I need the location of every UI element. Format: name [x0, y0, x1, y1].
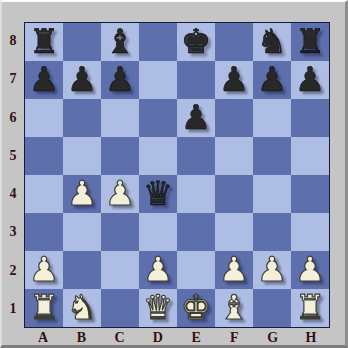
square-g6[interactable] — [253, 99, 291, 137]
piece-white-king-e1[interactable]: ♚ — [181, 290, 211, 324]
square-d6[interactable] — [139, 99, 177, 137]
chess-board: ♜♝♚♞♜♟♟♟♟♟♟♟♟♟♛♟♟♟♟♟♜♞♛♚♝♜ — [24, 22, 330, 328]
square-a4[interactable] — [25, 175, 63, 213]
square-g1[interactable] — [253, 289, 291, 327]
rank-label-8: 8 — [2, 22, 24, 60]
square-c7[interactable]: ♟ — [101, 61, 139, 99]
square-f6[interactable] — [215, 99, 253, 137]
square-c6[interactable] — [101, 99, 139, 137]
rank-label-2: 2 — [2, 252, 24, 290]
square-c2[interactable] — [101, 251, 139, 289]
square-d7[interactable] — [139, 61, 177, 99]
square-e2[interactable] — [177, 251, 215, 289]
square-f8[interactable] — [215, 23, 253, 61]
square-b6[interactable] — [63, 99, 101, 137]
square-f1[interactable]: ♝ — [215, 289, 253, 327]
square-d1[interactable]: ♛ — [139, 289, 177, 327]
square-h6[interactable] — [291, 99, 329, 137]
square-f7[interactable]: ♟ — [215, 61, 253, 99]
rank-label-7: 7 — [2, 60, 24, 98]
square-f5[interactable] — [215, 137, 253, 175]
square-b8[interactable] — [63, 23, 101, 61]
square-b1[interactable]: ♞ — [63, 289, 101, 327]
chess-diagram-panel: 87654321 ♜♝♚♞♜♟♟♟♟♟♟♟♟♟♛♟♟♟♟♟♜♞♛♚♝♜ ABCD… — [0, 0, 348, 348]
square-a7[interactable]: ♟ — [25, 61, 63, 99]
rank-labels: 87654321 — [2, 22, 24, 328]
square-e5[interactable] — [177, 137, 215, 175]
square-c5[interactable] — [101, 137, 139, 175]
piece-black-bishop-c8[interactable]: ♝ — [105, 24, 135, 58]
square-d2[interactable]: ♟ — [139, 251, 177, 289]
square-c4[interactable]: ♟ — [101, 175, 139, 213]
file-label-h: H — [292, 330, 330, 346]
square-e8[interactable]: ♚ — [177, 23, 215, 61]
square-f3[interactable] — [215, 213, 253, 251]
rank-label-1: 1 — [2, 290, 24, 328]
square-g7[interactable]: ♟ — [253, 61, 291, 99]
square-a1[interactable]: ♜ — [25, 289, 63, 327]
piece-white-rook-a1[interactable]: ♜ — [29, 290, 59, 324]
file-labels: ABCDEFGH — [24, 330, 330, 345]
piece-white-pawn-b4[interactable]: ♟ — [67, 176, 97, 210]
square-g4[interactable] — [253, 175, 291, 213]
square-g5[interactable] — [253, 137, 291, 175]
square-d3[interactable] — [139, 213, 177, 251]
square-d8[interactable] — [139, 23, 177, 61]
square-a8[interactable]: ♜ — [25, 23, 63, 61]
piece-white-pawn-a2[interactable]: ♟ — [29, 252, 59, 286]
square-g3[interactable] — [253, 213, 291, 251]
piece-black-pawn-f7[interactable]: ♟ — [219, 62, 249, 96]
square-h5[interactable] — [291, 137, 329, 175]
square-e3[interactable] — [177, 213, 215, 251]
piece-black-pawn-h7[interactable]: ♟ — [295, 62, 325, 96]
piece-black-pawn-a7[interactable]: ♟ — [29, 62, 59, 96]
piece-white-pawn-f2[interactable]: ♟ — [219, 252, 249, 286]
file-label-a: A — [24, 330, 62, 346]
piece-white-pawn-d2[interactable]: ♟ — [143, 252, 173, 286]
piece-white-knight-b1[interactable]: ♞ — [67, 290, 97, 324]
square-h2[interactable]: ♟ — [291, 251, 329, 289]
square-a3[interactable] — [25, 213, 63, 251]
file-label-b: B — [62, 330, 100, 346]
square-h3[interactable] — [291, 213, 329, 251]
file-label-d: D — [139, 330, 177, 346]
square-e1[interactable]: ♚ — [177, 289, 215, 327]
square-a6[interactable] — [25, 99, 63, 137]
file-label-g: G — [254, 330, 292, 346]
piece-white-pawn-g2[interactable]: ♟ — [257, 252, 287, 286]
piece-black-pawn-e6[interactable]: ♟ — [181, 100, 211, 134]
square-b7[interactable]: ♟ — [63, 61, 101, 99]
square-c8[interactable]: ♝ — [101, 23, 139, 61]
piece-black-knight-g8[interactable]: ♞ — [257, 24, 287, 58]
square-e7[interactable] — [177, 61, 215, 99]
rank-label-5: 5 — [2, 137, 24, 175]
square-h7[interactable]: ♟ — [291, 61, 329, 99]
square-h1[interactable]: ♜ — [291, 289, 329, 327]
square-c1[interactable] — [101, 289, 139, 327]
file-label-e: E — [177, 330, 215, 346]
piece-black-king-e8[interactable]: ♚ — [181, 24, 211, 58]
square-h8[interactable]: ♜ — [291, 23, 329, 61]
rank-label-4: 4 — [2, 175, 24, 213]
square-e4[interactable] — [177, 175, 215, 213]
square-b3[interactable] — [63, 213, 101, 251]
piece-black-pawn-c7[interactable]: ♟ — [105, 62, 135, 96]
file-label-f: F — [215, 330, 253, 346]
rank-label-6: 6 — [2, 99, 24, 137]
square-d5[interactable] — [139, 137, 177, 175]
piece-white-pawn-c4[interactable]: ♟ — [105, 176, 135, 210]
square-d4[interactable]: ♛ — [139, 175, 177, 213]
square-f4[interactable] — [215, 175, 253, 213]
square-e6[interactable]: ♟ — [177, 99, 215, 137]
square-g8[interactable]: ♞ — [253, 23, 291, 61]
rank-label-3: 3 — [2, 213, 24, 251]
square-b4[interactable]: ♟ — [63, 175, 101, 213]
piece-black-pawn-b7[interactable]: ♟ — [67, 62, 97, 96]
piece-black-rook-h8[interactable]: ♜ — [295, 24, 325, 58]
piece-white-bishop-f1[interactable]: ♝ — [219, 290, 249, 324]
file-label-c: C — [101, 330, 139, 346]
square-b2[interactable] — [63, 251, 101, 289]
square-f2[interactable]: ♟ — [215, 251, 253, 289]
piece-white-queen-d1[interactable]: ♛ — [143, 290, 173, 324]
square-a2[interactable]: ♟ — [25, 251, 63, 289]
piece-white-pawn-h2[interactable]: ♟ — [295, 252, 325, 286]
square-a5[interactable] — [25, 137, 63, 175]
square-h4[interactable] — [291, 175, 329, 213]
piece-black-rook-a8[interactable]: ♜ — [29, 24, 59, 58]
square-g2[interactable]: ♟ — [253, 251, 291, 289]
square-b5[interactable] — [63, 137, 101, 175]
piece-black-queen-d4[interactable]: ♛ — [143, 176, 173, 210]
piece-white-rook-h1[interactable]: ♜ — [295, 290, 325, 324]
piece-black-pawn-g7[interactable]: ♟ — [257, 62, 287, 96]
square-c3[interactable] — [101, 213, 139, 251]
